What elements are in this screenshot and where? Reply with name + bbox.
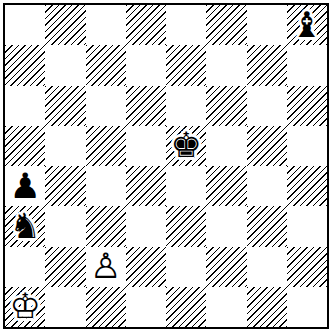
square-c4[interactable]	[86, 166, 126, 206]
square-h4[interactable]	[287, 166, 327, 206]
square-f4[interactable]	[206, 166, 246, 206]
square-f8[interactable]	[206, 5, 246, 45]
square-g7[interactable]	[247, 45, 287, 85]
black-king[interactable]: ♚	[170, 128, 201, 163]
square-d8[interactable]	[126, 5, 166, 45]
square-c3[interactable]	[86, 206, 126, 246]
square-a7[interactable]	[5, 45, 45, 85]
square-c2[interactable]: ♙	[86, 247, 126, 287]
square-g6[interactable]	[247, 86, 287, 126]
square-b6[interactable]	[45, 86, 85, 126]
square-f7[interactable]	[206, 45, 246, 85]
square-c7[interactable]	[86, 45, 126, 85]
square-a8[interactable]	[5, 5, 45, 45]
square-g3[interactable]	[247, 206, 287, 246]
square-c5[interactable]	[86, 126, 126, 166]
square-c1[interactable]	[86, 287, 126, 327]
square-f3[interactable]	[206, 206, 246, 246]
square-a4[interactable]: ♟	[5, 166, 45, 206]
square-f5[interactable]	[206, 126, 246, 166]
square-f1[interactable]	[206, 287, 246, 327]
square-h6[interactable]	[287, 86, 327, 126]
square-g8[interactable]	[247, 5, 287, 45]
square-b4[interactable]	[45, 166, 85, 206]
square-b2[interactable]	[45, 247, 85, 287]
black-bishop[interactable]: ♝	[291, 8, 322, 43]
square-e4[interactable]	[166, 166, 206, 206]
square-a1[interactable]: ♔	[5, 287, 45, 327]
square-d1[interactable]	[126, 287, 166, 327]
square-d7[interactable]	[126, 45, 166, 85]
square-e2[interactable]	[166, 247, 206, 287]
square-h2[interactable]	[287, 247, 327, 287]
black-knight[interactable]: ♞	[9, 209, 40, 244]
white-king[interactable]: ♔	[9, 289, 40, 324]
square-e1[interactable]	[166, 287, 206, 327]
square-f6[interactable]	[206, 86, 246, 126]
square-d4[interactable]	[126, 166, 166, 206]
square-c6[interactable]	[86, 86, 126, 126]
square-e7[interactable]	[166, 45, 206, 85]
square-h3[interactable]	[287, 206, 327, 246]
square-h1[interactable]	[287, 287, 327, 327]
chessboard: ♝♚♟♞♙♔	[5, 5, 327, 327]
square-h8[interactable]: ♝	[287, 5, 327, 45]
square-b7[interactable]	[45, 45, 85, 85]
square-e8[interactable]	[166, 5, 206, 45]
square-e3[interactable]	[166, 206, 206, 246]
square-h7[interactable]	[287, 45, 327, 85]
square-b1[interactable]	[45, 287, 85, 327]
square-b5[interactable]	[45, 126, 85, 166]
square-f2[interactable]	[206, 247, 246, 287]
square-h5[interactable]	[287, 126, 327, 166]
square-b3[interactable]	[45, 206, 85, 246]
square-a6[interactable]	[5, 86, 45, 126]
square-d5[interactable]	[126, 126, 166, 166]
square-c8[interactable]	[86, 5, 126, 45]
square-d6[interactable]	[126, 86, 166, 126]
square-e6[interactable]	[166, 86, 206, 126]
square-a3[interactable]: ♞	[5, 206, 45, 246]
square-g4[interactable]	[247, 166, 287, 206]
square-g5[interactable]	[247, 126, 287, 166]
chess-diagram: ♝♚♟♞♙♔	[0, 0, 332, 332]
square-a2[interactable]	[5, 247, 45, 287]
square-b8[interactable]	[45, 5, 85, 45]
square-d3[interactable]	[126, 206, 166, 246]
black-pawn[interactable]: ♟	[9, 169, 40, 204]
white-pawn[interactable]: ♙	[90, 249, 121, 284]
square-e5[interactable]: ♚	[166, 126, 206, 166]
square-d2[interactable]	[126, 247, 166, 287]
square-a5[interactable]	[5, 126, 45, 166]
board-frame: ♝♚♟♞♙♔	[3, 3, 329, 329]
square-g1[interactable]	[247, 287, 287, 327]
square-g2[interactable]	[247, 247, 287, 287]
